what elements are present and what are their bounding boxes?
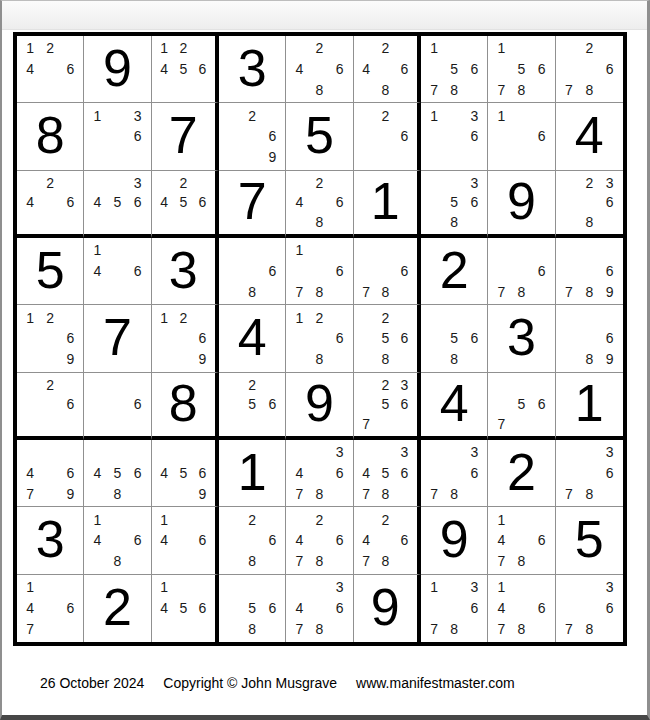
candidate-digit: 6 — [128, 126, 148, 147]
empty-slot — [128, 240, 148, 261]
candidate-digit: 6 — [464, 328, 484, 349]
candidate-digit: 8 — [444, 619, 464, 640]
empty-slot — [222, 375, 242, 395]
candidate-digit: 7 — [559, 484, 579, 505]
empty-slot — [309, 463, 329, 484]
cell-r4c7[interactable]: 2 — [421, 238, 488, 305]
empty-slot — [60, 442, 80, 463]
pencil-marks: 15678 — [488, 36, 554, 102]
cell-r4c5[interactable]: 1678 — [286, 238, 353, 305]
cell-r3c7[interactable]: 3568 — [421, 171, 488, 238]
candidate-digit: 1 — [155, 577, 174, 598]
candidate-digit: 8 — [309, 80, 329, 101]
cell-r7c2[interactable]: 4568 — [84, 440, 151, 507]
candidate-digit: 2 — [40, 307, 60, 328]
cell-r5c3[interactable]: 1269 — [152, 305, 219, 372]
candidate-digit: 7 — [424, 80, 444, 101]
cell-r6c5[interactable]: 9 — [286, 373, 353, 440]
pencil-marks: 2468 — [354, 36, 417, 102]
empty-slot — [600, 240, 620, 261]
empty-slot — [289, 349, 309, 370]
empty-slot — [262, 240, 282, 261]
given-digit: 1 — [575, 377, 604, 429]
pencil-marks: 24678 — [286, 507, 352, 573]
candidate-digit: 6 — [330, 261, 350, 282]
cell-r4c4[interactable]: 68 — [219, 238, 286, 305]
empty-slot — [395, 38, 414, 59]
pencil-marks: 23567 — [354, 373, 417, 436]
candidate-digit: 2 — [309, 509, 329, 530]
cell-r1c6[interactable]: 2468 — [354, 36, 421, 103]
candidate-digit: 5 — [376, 328, 395, 349]
empty-slot — [60, 173, 80, 193]
cell-r9c2[interactable]: 2 — [84, 575, 151, 642]
empty-slot — [87, 126, 107, 147]
candidate-digit: 6 — [532, 394, 552, 414]
candidate-digit: 3 — [464, 577, 484, 598]
empty-slot — [128, 509, 148, 530]
candidate-digit: 4 — [289, 530, 309, 551]
empty-slot — [579, 59, 599, 80]
cell-r6c3[interactable]: 8 — [152, 373, 219, 440]
cell-r2c8[interactable]: 16 — [488, 103, 555, 170]
empty-slot — [376, 126, 395, 147]
candidate-digit: 3 — [464, 105, 484, 126]
empty-slot — [444, 442, 464, 463]
cell-r4c2[interactable]: 146 — [84, 238, 151, 305]
candidate-digit: 2 — [309, 173, 329, 193]
empty-slot — [357, 80, 376, 101]
candidate-digit: 5 — [174, 463, 193, 484]
cell-r5c5[interactable]: 1268 — [286, 305, 353, 372]
cell-r1c8[interactable]: 15678 — [488, 36, 555, 103]
candidate-digit: 4 — [357, 530, 376, 551]
candidate-digit: 3 — [600, 442, 620, 463]
empty-slot — [107, 147, 127, 168]
pencil-marks: 1268 — [286, 305, 352, 371]
cell-r3c6[interactable]: 1 — [354, 171, 421, 238]
cell-r5c4[interactable]: 4 — [219, 305, 286, 372]
empty-slot — [424, 192, 444, 212]
empty-slot — [579, 261, 599, 282]
candidate-digit: 1 — [424, 38, 444, 59]
cell-r2c9[interactable]: 4 — [556, 103, 623, 170]
empty-slot — [395, 282, 414, 303]
candidate-digit: 1 — [20, 577, 40, 598]
candidate-digit: 2 — [376, 38, 395, 59]
empty-slot — [107, 261, 127, 282]
empty-slot — [289, 212, 309, 232]
candidate-digit: 6 — [600, 328, 620, 349]
candidate-digit: 8 — [309, 349, 329, 370]
cell-r7c8[interactable]: 2 — [488, 440, 555, 507]
candidate-digit: 8 — [579, 80, 599, 101]
empty-slot — [174, 349, 193, 370]
empty-slot — [579, 307, 599, 328]
candidate-digit: 1 — [424, 577, 444, 598]
candidate-digit: 7 — [357, 551, 376, 572]
candidate-digit: 6 — [262, 261, 282, 282]
cell-r1c7[interactable]: 15678 — [421, 36, 488, 103]
empty-slot — [174, 577, 193, 598]
candidate-digit: 7 — [559, 282, 579, 303]
cell-r6c4[interactable]: 256 — [219, 373, 286, 440]
footer-copyright: Copyright © John Musgrave — [163, 673, 337, 693]
empty-slot — [357, 261, 376, 282]
empty-slot — [20, 414, 40, 434]
given-digit: 3 — [507, 311, 536, 363]
cell-r2c1[interactable]: 8 — [17, 103, 84, 170]
empty-slot — [128, 147, 148, 168]
given-digit: 5 — [305, 109, 334, 161]
empty-slot — [309, 192, 329, 212]
cell-r8c1[interactable]: 3 — [17, 507, 84, 574]
cell-r6c7[interactable]: 4 — [421, 373, 488, 440]
empty-slot — [289, 173, 309, 193]
empty-slot — [511, 105, 531, 126]
empty-slot — [444, 147, 464, 168]
candidate-digit: 1 — [491, 105, 511, 126]
empty-slot — [559, 328, 579, 349]
cell-r3c3[interactable]: 2456 — [152, 171, 219, 238]
empty-slot — [60, 80, 80, 101]
empty-slot — [600, 484, 620, 505]
empty-slot — [87, 282, 107, 303]
empty-slot — [174, 619, 193, 640]
candidate-digit: 4 — [20, 463, 40, 484]
cell-r5c7[interactable]: 568 — [421, 305, 488, 372]
given-digit: 8 — [36, 109, 65, 161]
candidate-digit: 8 — [511, 282, 531, 303]
cell-r2c5[interactable]: 5 — [286, 103, 353, 170]
cell-r4c8[interactable]: 678 — [488, 238, 555, 305]
cell-r3c1[interactable]: 246 — [17, 171, 84, 238]
candidate-digit: 7 — [289, 619, 309, 640]
empty-slot — [424, 59, 444, 80]
candidate-digit: 4 — [289, 463, 309, 484]
candidate-digit: 5 — [511, 394, 531, 414]
empty-slot — [395, 551, 414, 572]
cell-r3c4[interactable]: 7 — [219, 171, 286, 238]
candidate-digit: 3 — [330, 442, 350, 463]
empty-slot — [532, 619, 552, 640]
candidate-digit: 3 — [395, 442, 414, 463]
pencil-marks: 13678 — [421, 575, 487, 642]
empty-slot — [357, 240, 376, 261]
cell-r8c3[interactable]: 146 — [152, 507, 219, 574]
pencil-marks: 26 — [354, 103, 417, 169]
cell-r1c2[interactable]: 9 — [84, 36, 151, 103]
cell-r7c9[interactable]: 3678 — [556, 440, 623, 507]
cell-r1c1[interactable]: 1246 — [17, 36, 84, 103]
candidate-digit: 6 — [464, 126, 484, 147]
cell-r4c6[interactable]: 678 — [354, 238, 421, 305]
cell-r2c6[interactable]: 26 — [354, 103, 421, 170]
cell-r7c5[interactable]: 34678 — [286, 440, 353, 507]
empty-slot — [464, 484, 484, 505]
candidate-digit: 4 — [87, 530, 107, 551]
given-digit: 8 — [169, 377, 198, 429]
empty-slot — [444, 126, 464, 147]
candidate-digit: 8 — [579, 619, 599, 640]
empty-slot — [357, 509, 376, 530]
cell-r6c8[interactable]: 567 — [488, 373, 555, 440]
empty-slot — [357, 349, 376, 370]
candidate-digit: 6 — [60, 192, 80, 212]
candidate-digit: 6 — [60, 598, 80, 619]
candidate-digit: 1 — [20, 307, 40, 328]
pencil-marks: 15678 — [421, 36, 487, 102]
empty-slot — [242, 147, 262, 168]
empty-slot — [395, 307, 414, 328]
cell-r2c7[interactable]: 136 — [421, 103, 488, 170]
empty-slot — [222, 551, 242, 572]
cell-r7c7[interactable]: 3678 — [421, 440, 488, 507]
cell-r8c6[interactable]: 24678 — [354, 507, 421, 574]
empty-slot — [40, 212, 60, 232]
empty-slot — [491, 126, 511, 147]
pencil-marks: 136 — [84, 103, 150, 169]
empty-slot — [107, 375, 127, 395]
empty-slot — [40, 463, 60, 484]
candidate-digit: 2 — [174, 173, 193, 193]
cell-r3c9[interactable]: 2368 — [556, 171, 623, 238]
cell-r4c3[interactable]: 3 — [152, 238, 219, 305]
candidate-digit: 4 — [155, 59, 174, 80]
cell-r8c2[interactable]: 1468 — [84, 507, 151, 574]
candidate-digit: 7 — [559, 619, 579, 640]
candidate-digit: 2 — [174, 307, 193, 328]
given-digit: 9 — [103, 42, 132, 94]
empty-slot — [376, 147, 395, 168]
empty-slot — [107, 414, 127, 434]
given-digit: 4 — [575, 109, 604, 161]
cell-r9c6[interactable]: 9 — [354, 575, 421, 642]
empty-slot — [87, 147, 107, 168]
empty-slot — [242, 261, 262, 282]
candidate-digit: 6 — [330, 328, 350, 349]
pencil-marks: 269 — [219, 103, 285, 169]
cell-r2c4[interactable]: 269 — [219, 103, 286, 170]
candidate-digit: 7 — [491, 551, 511, 572]
candidate-digit: 7 — [357, 282, 376, 303]
empty-slot — [444, 105, 464, 126]
candidate-digit: 2 — [242, 509, 262, 530]
empty-slot — [559, 173, 579, 193]
empty-slot — [464, 212, 484, 232]
empty-slot — [20, 442, 40, 463]
empty-slot — [579, 328, 599, 349]
cell-r9c7[interactable]: 13678 — [421, 575, 488, 642]
cell-r1c5[interactable]: 2468 — [286, 36, 353, 103]
pencil-marks: 1269 — [152, 305, 215, 371]
cell-r1c3[interactable]: 12456 — [152, 36, 219, 103]
candidate-digit: 1 — [289, 307, 309, 328]
empty-slot — [559, 38, 579, 59]
candidate-digit: 7 — [491, 619, 511, 640]
empty-slot — [289, 80, 309, 101]
empty-slot — [40, 484, 60, 505]
candidate-digit: 8 — [376, 551, 395, 572]
empty-slot — [128, 484, 148, 505]
candidate-digit: 4 — [155, 463, 174, 484]
pencil-marks: 3568 — [421, 171, 487, 234]
candidate-digit: 6 — [128, 463, 148, 484]
candidate-digit: 4 — [357, 463, 376, 484]
candidate-digit: 5 — [174, 59, 193, 80]
empty-slot — [107, 105, 127, 126]
empty-slot — [376, 261, 395, 282]
cell-r5c8[interactable]: 3 — [488, 305, 555, 372]
empty-slot — [309, 598, 329, 619]
empty-slot — [155, 551, 174, 572]
pencil-marks: 2468 — [286, 36, 352, 102]
empty-slot — [444, 598, 464, 619]
empty-slot — [424, 463, 444, 484]
empty-slot — [532, 375, 552, 395]
cell-r3c5[interactable]: 2468 — [286, 171, 353, 238]
cell-r9c8[interactable]: 14678 — [488, 575, 555, 642]
empty-slot — [262, 551, 282, 572]
empty-slot — [532, 414, 552, 434]
cell-r6c6[interactable]: 23567 — [354, 373, 421, 440]
empty-slot — [222, 105, 242, 126]
cell-r5c6[interactable]: 2568 — [354, 305, 421, 372]
candidate-digit: 6 — [532, 261, 552, 282]
empty-slot — [424, 328, 444, 349]
candidate-digit: 1 — [491, 38, 511, 59]
cell-r9c4[interactable]: 568 — [219, 575, 286, 642]
empty-slot — [559, 240, 579, 261]
empty-slot — [107, 530, 127, 551]
cell-r5c1[interactable]: 1269 — [17, 305, 84, 372]
empty-slot — [309, 530, 329, 551]
cell-r8c9[interactable]: 5 — [556, 507, 623, 574]
cell-r9c9[interactable]: 3678 — [556, 575, 623, 642]
cell-r5c2[interactable]: 7 — [84, 305, 151, 372]
cell-r6c2[interactable]: 6 — [84, 373, 151, 440]
candidate-digit: 8 — [511, 551, 531, 572]
empty-slot — [155, 442, 174, 463]
candidate-digit: 4 — [491, 598, 511, 619]
candidate-digit: 2 — [40, 38, 60, 59]
cell-r1c9[interactable]: 2678 — [556, 36, 623, 103]
cell-r8c7[interactable]: 9 — [421, 507, 488, 574]
pencil-marks: 3456 — [84, 171, 150, 234]
empty-slot — [395, 509, 414, 530]
pencil-marks: 2678 — [556, 36, 623, 102]
candidate-digit: 6 — [193, 598, 212, 619]
pencil-marks: 246 — [17, 171, 83, 234]
cell-r3c2[interactable]: 3456 — [84, 171, 151, 238]
candidate-digit: 4 — [289, 192, 309, 212]
cell-r1c4[interactable]: 3 — [219, 36, 286, 103]
cell-r8c8[interactable]: 14678 — [488, 507, 555, 574]
empty-slot — [424, 212, 444, 232]
empty-slot — [193, 80, 212, 101]
empty-slot — [40, 414, 60, 434]
cell-r3c8[interactable]: 9 — [488, 171, 555, 238]
empty-slot — [289, 261, 309, 282]
empty-slot — [174, 509, 193, 530]
cell-r7c4[interactable]: 1 — [219, 440, 286, 507]
empty-slot — [128, 282, 148, 303]
candidate-digit: 6 — [395, 530, 414, 551]
empty-slot — [174, 551, 193, 572]
empty-slot — [376, 59, 395, 80]
cell-r6c1[interactable]: 26 — [17, 373, 84, 440]
empty-slot — [424, 147, 444, 168]
cell-r2c2[interactable]: 136 — [84, 103, 151, 170]
empty-slot — [193, 577, 212, 598]
candidate-digit: 6 — [193, 328, 212, 349]
cell-r7c6[interactable]: 345678 — [354, 440, 421, 507]
candidate-digit: 6 — [128, 530, 148, 551]
candidate-digit: 9 — [60, 484, 80, 505]
candidate-digit: 9 — [262, 147, 282, 168]
empty-slot — [532, 147, 552, 168]
empty-slot — [357, 126, 376, 147]
empty-slot — [330, 619, 350, 640]
empty-slot — [242, 126, 262, 147]
candidate-digit: 6 — [395, 261, 414, 282]
candidate-digit: 4 — [155, 192, 174, 212]
candidate-digit: 6 — [330, 598, 350, 619]
empty-slot — [128, 551, 148, 572]
candidate-digit: 8 — [309, 619, 329, 640]
candidate-digit: 6 — [600, 463, 620, 484]
empty-slot — [60, 307, 80, 328]
empty-slot — [40, 577, 60, 598]
cell-r9c1[interactable]: 1467 — [17, 575, 84, 642]
candidate-digit: 8 — [579, 349, 599, 370]
cell-r7c1[interactable]: 4679 — [17, 440, 84, 507]
empty-slot — [511, 530, 531, 551]
empty-slot — [222, 414, 242, 434]
empty-slot — [309, 240, 329, 261]
empty-slot — [424, 598, 444, 619]
cell-r9c3[interactable]: 1456 — [152, 575, 219, 642]
pencil-marks: 568 — [421, 305, 487, 371]
given-digit: 2 — [103, 581, 132, 633]
cell-r4c1[interactable]: 5 — [17, 238, 84, 305]
candidate-digit: 6 — [464, 59, 484, 80]
sudoku-board: 1246912456324682468156781567826788136726… — [13, 32, 627, 646]
cell-r4c9[interactable]: 6789 — [556, 238, 623, 305]
empty-slot — [330, 240, 350, 261]
pencil-marks: 567 — [488, 373, 554, 436]
cell-r9c5[interactable]: 34678 — [286, 575, 353, 642]
empty-slot — [491, 59, 511, 80]
pencil-marks: 12456 — [152, 36, 215, 102]
empty-slot — [330, 484, 350, 505]
empty-slot — [262, 577, 282, 598]
cell-r5c9[interactable]: 689 — [556, 305, 623, 372]
cell-r6c9[interactable]: 1 — [556, 373, 623, 440]
candidate-digit: 8 — [511, 80, 531, 101]
cell-r8c4[interactable]: 268 — [219, 507, 286, 574]
pencil-marks: 678 — [354, 238, 417, 304]
empty-slot — [242, 577, 262, 598]
cell-r2c3[interactable]: 7 — [152, 103, 219, 170]
candidate-digit: 2 — [579, 38, 599, 59]
cell-r8c5[interactable]: 24678 — [286, 507, 353, 574]
candidate-digit: 6 — [532, 126, 552, 147]
empty-slot — [155, 328, 174, 349]
cell-r7c3[interactable]: 4569 — [152, 440, 219, 507]
empty-slot — [128, 442, 148, 463]
empty-slot — [532, 551, 552, 572]
